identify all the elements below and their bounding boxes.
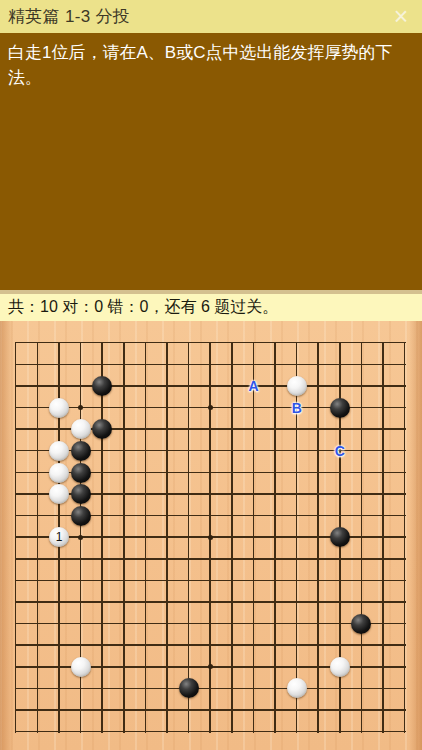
stone-black xyxy=(70,462,92,484)
star-point-dot xyxy=(208,535,213,540)
white-stone xyxy=(287,678,307,698)
star-point xyxy=(200,397,222,419)
star-point-dot xyxy=(208,405,213,410)
star-point xyxy=(200,527,222,549)
point-label-C[interactable]: C xyxy=(335,443,345,459)
black-stone xyxy=(179,678,199,698)
stone-white xyxy=(48,462,70,484)
star-point-dot xyxy=(78,535,83,540)
black-stone xyxy=(92,376,112,396)
white-stone xyxy=(71,419,91,439)
white-stone xyxy=(49,398,69,418)
stone-white: 1 xyxy=(48,527,70,549)
black-stone xyxy=(330,398,350,418)
go-board[interactable]: 1ABC xyxy=(0,321,422,750)
stone-white xyxy=(48,440,70,462)
board-cells: 1ABC xyxy=(5,332,415,742)
answer-point-B[interactable]: B xyxy=(286,397,308,419)
star-point-dot xyxy=(208,664,213,669)
stone-white xyxy=(48,483,70,505)
star-point xyxy=(70,397,92,419)
stone-black xyxy=(178,678,200,700)
instruction-panel: 白走1位后，请在A、B或C点中选出能发挥厚势的下法。 xyxy=(0,33,422,290)
stone-black xyxy=(92,375,114,397)
stone-white xyxy=(48,397,70,419)
app-window: 精英篇 1-3 分投 × 白走1位后，请在A、B或C点中选出能发挥厚势的下法。 … xyxy=(0,0,422,750)
black-stone xyxy=(71,484,91,504)
answer-point-A[interactable]: A xyxy=(243,375,265,397)
white-stone: 1 xyxy=(49,527,69,547)
close-icon[interactable]: × xyxy=(386,0,416,33)
status-bar: 共：10 对：0 错：0，还有 6 题过关。 xyxy=(0,290,422,321)
star-point-dot xyxy=(78,405,83,410)
stone-black xyxy=(70,440,92,462)
white-stone xyxy=(49,441,69,461)
star-point xyxy=(200,656,222,678)
stone-white xyxy=(70,419,92,441)
page-title: 精英篇 1-3 分投 xyxy=(8,5,130,28)
black-stone xyxy=(71,463,91,483)
stone-black xyxy=(70,505,92,527)
point-label-A[interactable]: A xyxy=(248,378,258,394)
star-point xyxy=(70,527,92,549)
stone-black xyxy=(351,613,373,635)
white-stone xyxy=(71,657,91,677)
black-stone xyxy=(92,419,112,439)
point-label-B[interactable]: B xyxy=(292,400,302,416)
black-stone xyxy=(351,614,371,634)
answer-point-C[interactable]: C xyxy=(329,440,351,462)
title-bar: 精英篇 1-3 分投 × xyxy=(0,0,422,33)
stone-white xyxy=(286,375,308,397)
move-number-label: 1 xyxy=(56,531,63,543)
stone-white xyxy=(329,656,351,678)
white-stone xyxy=(330,657,350,677)
stone-black xyxy=(70,483,92,505)
white-stone xyxy=(287,376,307,396)
status-text: 共：10 对：0 错：0，还有 6 题过关。 xyxy=(8,297,278,318)
stone-black xyxy=(92,419,114,441)
white-stone xyxy=(49,484,69,504)
stone-black xyxy=(329,397,351,419)
black-stone xyxy=(71,441,91,461)
white-stone xyxy=(49,463,69,483)
stone-white xyxy=(286,678,308,700)
black-stone xyxy=(330,527,350,547)
black-stone xyxy=(71,506,91,526)
instruction-text: 白走1位后，请在A、B或C点中选出能发挥厚势的下法。 xyxy=(8,43,392,87)
stone-black xyxy=(329,527,351,549)
stone-white xyxy=(70,656,92,678)
